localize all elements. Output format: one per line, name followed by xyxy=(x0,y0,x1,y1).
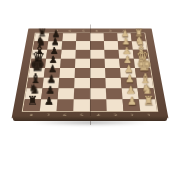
square-a7: ♟ xyxy=(48,33,63,41)
square-h8: ♜ xyxy=(23,99,41,111)
square-a2: ♟ xyxy=(117,33,132,41)
square-f4 xyxy=(90,78,106,88)
square-d2: ♟ xyxy=(119,59,135,68)
square-h6 xyxy=(57,99,74,111)
square-f8: ♝ xyxy=(27,78,44,88)
square-g3 xyxy=(106,88,123,99)
square-d3 xyxy=(105,59,120,68)
chessboard: 87654321 87654321 ♜♟♟♜♞♟♟♞♝♟♟♝♛♟♟♛♚♟♟♚♝♟… xyxy=(12,29,169,119)
square-d6 xyxy=(60,59,75,68)
square-h2: ♟ xyxy=(123,99,141,111)
square-e2: ♟ xyxy=(120,68,136,78)
coord-far-5: 5 xyxy=(77,29,90,33)
square-h5 xyxy=(73,99,90,111)
coord-far-7: 7 xyxy=(50,29,64,33)
square-f3 xyxy=(105,78,121,88)
square-f7: ♟ xyxy=(43,78,60,88)
square-d1: ♛ xyxy=(134,59,150,68)
square-c3 xyxy=(104,50,119,59)
coord-far-3: 3 xyxy=(103,29,117,33)
square-e5 xyxy=(75,68,90,78)
square-a8: ♜ xyxy=(34,33,49,41)
square-d5 xyxy=(75,59,90,68)
square-e7: ♟ xyxy=(44,68,60,78)
piece-black-bishop: ♝ xyxy=(29,71,41,85)
piece-black-rook: ♜ xyxy=(26,95,37,107)
square-b7: ♟ xyxy=(47,41,62,49)
coord-far-6: 6 xyxy=(63,29,77,33)
square-c2: ♟ xyxy=(119,50,134,59)
coord-far-2: 2 xyxy=(117,29,131,33)
square-g6 xyxy=(57,88,74,99)
square-e1: ♚ xyxy=(135,68,152,78)
chess-set-product-photo: 87654321 87654321 ♜♟♟♜♞♟♟♞♝♟♟♝♛♟♟♛♚♟♟♚♝♟… xyxy=(0,0,180,180)
square-g8: ♞ xyxy=(25,88,43,99)
square-a6 xyxy=(62,33,76,41)
coord-far-8: 8 xyxy=(36,29,50,33)
square-b5 xyxy=(76,41,90,49)
square-h3 xyxy=(106,99,123,111)
square-c1: ♝ xyxy=(133,50,149,59)
square-g4 xyxy=(90,88,106,99)
square-c4 xyxy=(90,50,105,59)
square-h7: ♟ xyxy=(40,99,58,111)
square-b8: ♞ xyxy=(33,41,48,49)
square-f2: ♟ xyxy=(121,78,138,88)
piece-black-pawn: ♟ xyxy=(47,64,56,74)
square-d7: ♟ xyxy=(45,59,61,68)
square-a5 xyxy=(76,33,90,41)
square-b4 xyxy=(90,41,104,49)
square-f1: ♝ xyxy=(136,78,153,88)
square-e8: ♚ xyxy=(28,68,45,78)
square-b2: ♟ xyxy=(118,41,133,49)
square-h1: ♜ xyxy=(139,99,157,111)
piece-white-bishop: ♝ xyxy=(139,71,151,85)
square-g7: ♟ xyxy=(41,88,58,99)
square-a4 xyxy=(90,33,104,41)
square-b6 xyxy=(61,41,76,49)
square-a3 xyxy=(104,33,118,41)
piece-white-pawn: ♟ xyxy=(124,64,133,74)
piece-white-rook: ♜ xyxy=(143,95,154,107)
square-f5 xyxy=(74,78,90,88)
coord-far-1: 1 xyxy=(130,29,144,33)
square-g1: ♞ xyxy=(137,88,155,99)
square-h4 xyxy=(90,99,107,111)
square-c5 xyxy=(75,50,90,59)
coordinates-far-edge: 87654321 xyxy=(36,29,143,33)
square-d4 xyxy=(90,59,105,68)
fold-seam xyxy=(89,24,90,125)
square-d8: ♛ xyxy=(30,59,46,68)
square-e6 xyxy=(59,68,75,78)
square-c8: ♝ xyxy=(32,50,48,59)
square-e3 xyxy=(105,68,121,78)
board-shadow xyxy=(8,118,172,127)
square-c7: ♟ xyxy=(46,50,61,59)
coord-far-4: 4 xyxy=(90,29,103,33)
square-b3 xyxy=(104,41,119,49)
square-g5 xyxy=(74,88,90,99)
square-g2: ♟ xyxy=(122,88,139,99)
square-b1: ♞ xyxy=(132,41,147,49)
square-a1: ♜ xyxy=(131,33,146,41)
square-f6 xyxy=(58,78,74,88)
square-c6 xyxy=(61,50,76,59)
square-e4 xyxy=(90,68,105,78)
